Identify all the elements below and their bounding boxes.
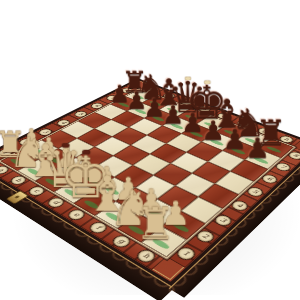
crown-tip bbox=[82, 150, 90, 155]
rank-label-4: 4 bbox=[230, 200, 249, 212]
rank-label-8: 8 bbox=[287, 151, 300, 160]
rank-label-1: 1 bbox=[175, 246, 197, 261]
square-f5[interactable] bbox=[170, 152, 207, 173]
rank-label-7: 7 bbox=[274, 162, 291, 172]
black-pawn-glyph: ♟ bbox=[227, 134, 289, 162]
rank-label-3: 3 bbox=[213, 214, 233, 227]
file-label-h: h bbox=[135, 248, 157, 263]
rank-label-6: 6 bbox=[261, 174, 279, 185]
square-h7[interactable]: ♟ bbox=[245, 149, 282, 170]
product-photo-scene: abcdefgh abcdefgh 87654321 87654321 ♜♞♝♛… bbox=[0, 0, 300, 300]
rank-label-5: 5 bbox=[246, 186, 264, 197]
clasp-keyhole bbox=[14, 195, 20, 198]
rank-label-2: 2 bbox=[195, 229, 216, 243]
white-rook-glyph: ♜ bbox=[117, 202, 193, 247]
crown-tip bbox=[204, 80, 210, 84]
piece-black-pawn-h7[interactable]: ♟ bbox=[245, 149, 282, 170]
